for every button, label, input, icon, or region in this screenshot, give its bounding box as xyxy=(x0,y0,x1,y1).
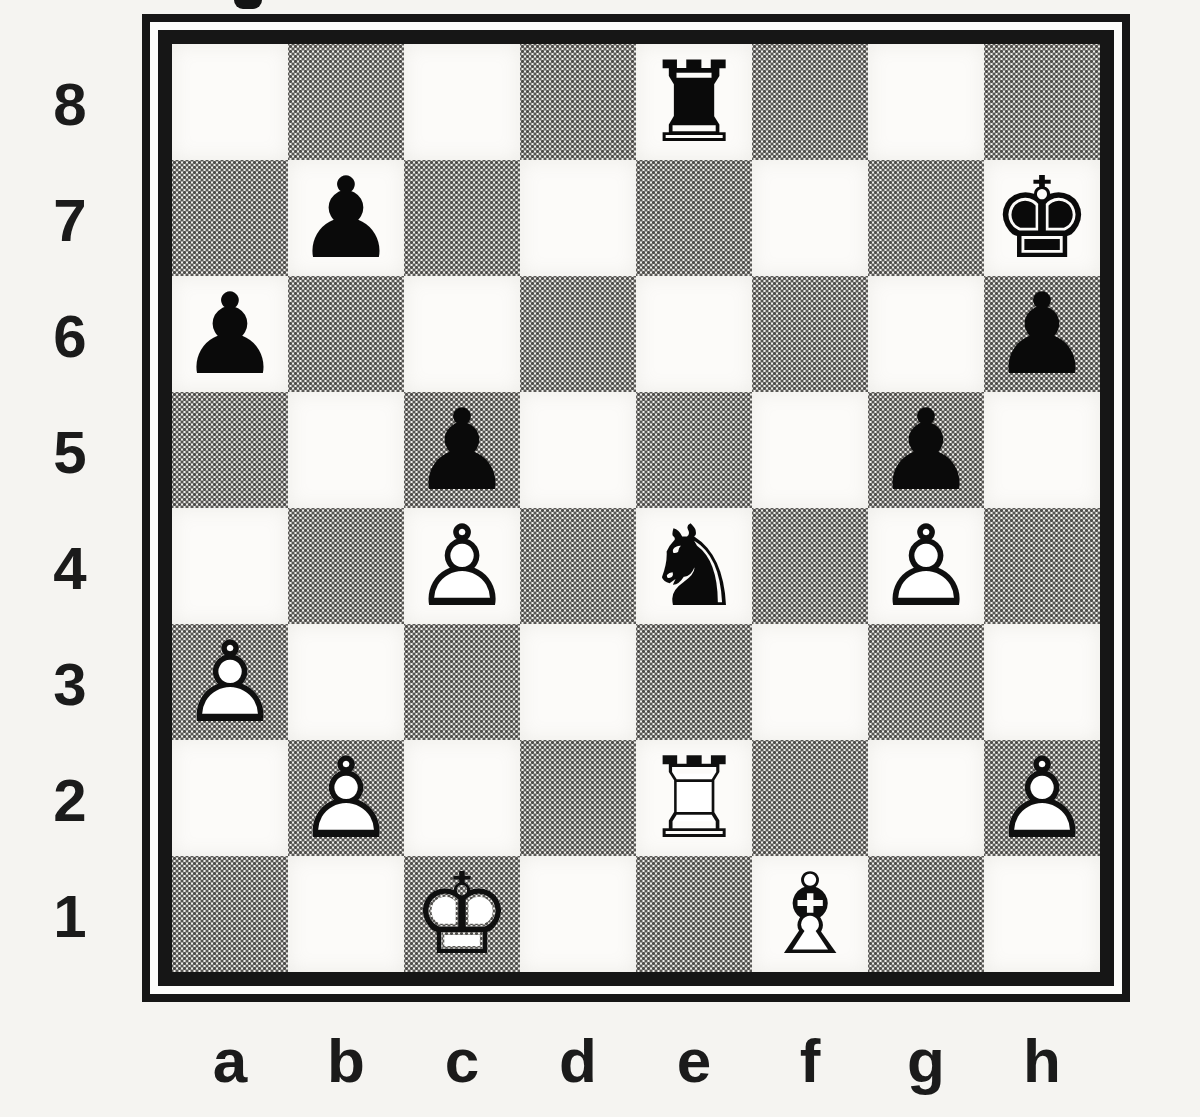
board-frame: ♜♟♚♟♟♟♟♟♙♞♟♙♟♙♟♙♜♖♟♙♚♔♝♗ xyxy=(142,14,1130,1002)
piece-glyph: ♚ xyxy=(984,160,1100,276)
square-f3 xyxy=(752,624,868,740)
piece-outline-layer: ♖ xyxy=(636,740,752,856)
square-c3 xyxy=(404,624,520,740)
file-labels: a b c d e f g h xyxy=(172,1014,1100,1106)
rank-label-6: 6 xyxy=(28,278,112,394)
white-pawn: ♟♙ xyxy=(868,508,984,624)
square-d3 xyxy=(520,624,636,740)
black-pawn: ♟ xyxy=(984,276,1100,392)
square-h2: ♟♙ xyxy=(984,740,1100,856)
square-b1 xyxy=(288,856,404,972)
square-c8 xyxy=(404,44,520,160)
scan-artifact-mark xyxy=(234,0,262,9)
square-b7: ♟ xyxy=(288,160,404,276)
square-g2 xyxy=(868,740,984,856)
square-e8: ♜ xyxy=(636,44,752,160)
file-label-g: g xyxy=(868,1014,984,1106)
square-h5 xyxy=(984,392,1100,508)
square-c4: ♟♙ xyxy=(404,508,520,624)
square-b2: ♟♙ xyxy=(288,740,404,856)
piece-outline-layer: ♗ xyxy=(752,856,868,972)
square-c6 xyxy=(404,276,520,392)
square-d4 xyxy=(520,508,636,624)
square-a7 xyxy=(172,160,288,276)
square-b8 xyxy=(288,44,404,160)
square-b3 xyxy=(288,624,404,740)
rank-label-7: 7 xyxy=(28,162,112,278)
square-d1 xyxy=(520,856,636,972)
square-g1 xyxy=(868,856,984,972)
square-g5: ♟ xyxy=(868,392,984,508)
piece-glyph: ♟ xyxy=(984,276,1100,392)
square-a6: ♟ xyxy=(172,276,288,392)
white-pawn: ♟♙ xyxy=(288,740,404,856)
file-label-b: b xyxy=(288,1014,404,1106)
square-b5 xyxy=(288,392,404,508)
piece-outline-layer: ♙ xyxy=(404,508,520,624)
square-f5 xyxy=(752,392,868,508)
square-a5 xyxy=(172,392,288,508)
file-label-a: a xyxy=(172,1014,288,1106)
square-d7 xyxy=(520,160,636,276)
square-a2 xyxy=(172,740,288,856)
file-label-h: h xyxy=(984,1014,1100,1106)
file-label-d: d xyxy=(520,1014,636,1106)
white-pawn: ♟♙ xyxy=(404,508,520,624)
square-e6 xyxy=(636,276,752,392)
square-e7 xyxy=(636,160,752,276)
black-rook: ♜ xyxy=(636,44,752,160)
file-label-e: e xyxy=(636,1014,752,1106)
square-c5: ♟ xyxy=(404,392,520,508)
white-king: ♚♔ xyxy=(404,856,520,972)
square-g6 xyxy=(868,276,984,392)
square-f4 xyxy=(752,508,868,624)
piece-outline-layer: ♙ xyxy=(172,624,288,740)
rank-label-3: 3 xyxy=(28,626,112,742)
page-root: 8 7 6 5 4 3 2 1 ♜♟♚♟♟♟♟♟♙♞♟♙♟♙♟♙♜♖♟♙♚♔♝♗… xyxy=(0,0,1200,1117)
piece-outline-layer: ♙ xyxy=(288,740,404,856)
square-b6 xyxy=(288,276,404,392)
square-a4 xyxy=(172,508,288,624)
board-inner-frame: ♜♟♚♟♟♟♟♟♙♞♟♙♟♙♟♙♜♖♟♙♚♔♝♗ xyxy=(158,30,1114,986)
square-b4 xyxy=(288,508,404,624)
piece-glyph: ♜ xyxy=(636,44,752,160)
square-g3 xyxy=(868,624,984,740)
rank-label-2: 2 xyxy=(28,742,112,858)
square-f6 xyxy=(752,276,868,392)
square-g7 xyxy=(868,160,984,276)
black-pawn: ♟ xyxy=(172,276,288,392)
square-e4: ♞ xyxy=(636,508,752,624)
rank-label-1: 1 xyxy=(28,858,112,974)
square-e3 xyxy=(636,624,752,740)
file-label-c: c xyxy=(404,1014,520,1106)
square-f1: ♝♗ xyxy=(752,856,868,972)
white-pawn: ♟♙ xyxy=(984,740,1100,856)
square-h7: ♚ xyxy=(984,160,1100,276)
square-d8 xyxy=(520,44,636,160)
square-d5 xyxy=(520,392,636,508)
square-h3 xyxy=(984,624,1100,740)
piece-glyph: ♟ xyxy=(868,392,984,508)
square-f7 xyxy=(752,160,868,276)
piece-outline-layer: ♙ xyxy=(984,740,1100,856)
square-e1 xyxy=(636,856,752,972)
square-h1 xyxy=(984,856,1100,972)
black-pawn: ♟ xyxy=(288,160,404,276)
square-c2 xyxy=(404,740,520,856)
square-e2: ♜♖ xyxy=(636,740,752,856)
black-pawn: ♟ xyxy=(404,392,520,508)
piece-outline-layer: ♔ xyxy=(404,856,520,972)
rank-label-8: 8 xyxy=(28,46,112,162)
square-f8 xyxy=(752,44,868,160)
white-bishop: ♝♗ xyxy=(752,856,868,972)
rank-label-5: 5 xyxy=(28,394,112,510)
black-king: ♚ xyxy=(984,160,1100,276)
square-h6: ♟ xyxy=(984,276,1100,392)
white-pawn: ♟♙ xyxy=(172,624,288,740)
square-d6 xyxy=(520,276,636,392)
square-f2 xyxy=(752,740,868,856)
white-rook: ♜♖ xyxy=(636,740,752,856)
rank-labels: 8 7 6 5 4 3 2 1 xyxy=(28,46,112,974)
piece-glyph: ♟ xyxy=(404,392,520,508)
square-a8 xyxy=(172,44,288,160)
rank-label-4: 4 xyxy=(28,510,112,626)
black-pawn: ♟ xyxy=(868,392,984,508)
piece-glyph: ♟ xyxy=(288,160,404,276)
square-g8 xyxy=(868,44,984,160)
piece-glyph: ♟ xyxy=(172,276,288,392)
piece-glyph: ♞ xyxy=(636,508,752,624)
square-g4: ♟♙ xyxy=(868,508,984,624)
file-label-f: f xyxy=(752,1014,868,1106)
black-knight: ♞ xyxy=(636,508,752,624)
square-h4 xyxy=(984,508,1100,624)
square-h8 xyxy=(984,44,1100,160)
square-a3: ♟♙ xyxy=(172,624,288,740)
square-e5 xyxy=(636,392,752,508)
piece-outline-layer: ♙ xyxy=(868,508,984,624)
square-c1: ♚♔ xyxy=(404,856,520,972)
board-grid: ♜♟♚♟♟♟♟♟♙♞♟♙♟♙♟♙♜♖♟♙♚♔♝♗ xyxy=(172,44,1100,972)
square-d2 xyxy=(520,740,636,856)
square-a1 xyxy=(172,856,288,972)
square-c7 xyxy=(404,160,520,276)
